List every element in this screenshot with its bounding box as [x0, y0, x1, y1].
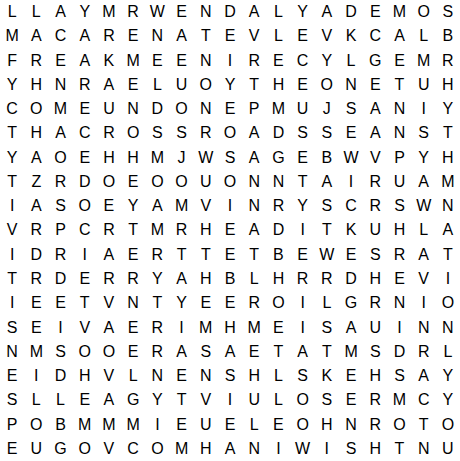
grid-cell-r8c12[interactable]: N — [266, 170, 290, 194]
grid-cell-r5c10[interactable]: E — [218, 97, 242, 121]
grid-cell-r7c19[interactable]: H — [436, 146, 460, 170]
grid-cell-r8c19[interactable]: M — [436, 170, 460, 194]
grid-cell-r13c6[interactable]: N — [121, 291, 145, 315]
grid-cell-r4c5[interactable]: A — [97, 73, 121, 97]
grid-cell-r10c15[interactable]: K — [339, 218, 363, 242]
grid-cell-r7c5[interactable]: H — [97, 146, 121, 170]
grid-cell-r8c10[interactable]: O — [218, 170, 242, 194]
grid-cell-r14c9[interactable]: M — [194, 315, 218, 339]
grid-cell-r14c14[interactable]: S — [315, 315, 339, 339]
grid-cell-r17c6[interactable]: G — [121, 388, 145, 412]
grid-cell-r17c3[interactable]: L — [48, 388, 72, 412]
grid-cell-r3c16[interactable]: G — [363, 49, 387, 73]
grid-cell-r11c19[interactable]: T — [436, 243, 460, 267]
grid-cell-r8c1[interactable]: T — [0, 170, 24, 194]
grid-cell-r19c17[interactable]: T — [387, 437, 411, 461]
grid-cell-r9c13[interactable]: Y — [291, 194, 315, 218]
grid-cell-r15c18[interactable]: R — [412, 340, 436, 364]
grid-cell-r19c4[interactable]: O — [73, 437, 97, 461]
grid-cell-r16c4[interactable]: H — [73, 364, 97, 388]
grid-cell-r4c19[interactable]: H — [436, 73, 460, 97]
grid-cell-r2c1[interactable]: M — [0, 24, 24, 48]
grid-cell-r3c11[interactable]: R — [242, 49, 266, 73]
grid-cell-r14c12[interactable]: E — [266, 315, 290, 339]
grid-cell-r15c17[interactable]: D — [387, 340, 411, 364]
grid-cell-r8c8[interactable]: O — [169, 170, 193, 194]
grid-cell-r16c14[interactable]: K — [315, 364, 339, 388]
grid-cell-r7c4[interactable]: E — [73, 146, 97, 170]
grid-cell-r4c15[interactable]: N — [339, 73, 363, 97]
grid-cell-r18c12[interactable]: E — [266, 412, 290, 436]
grid-cell-r14c6[interactable]: E — [121, 315, 145, 339]
grid-cell-r13c3[interactable]: E — [48, 291, 72, 315]
grid-cell-r12c18[interactable]: V — [412, 267, 436, 291]
grid-cell-r8c16[interactable]: R — [363, 170, 387, 194]
grid-cell-r16c5[interactable]: V — [97, 364, 121, 388]
grid-cell-r17c4[interactable]: E — [73, 388, 97, 412]
grid-cell-r7c2[interactable]: A — [24, 146, 48, 170]
grid-cell-r18c2[interactable]: O — [24, 412, 48, 436]
grid-cell-r3c12[interactable]: E — [266, 49, 290, 73]
grid-cell-r15c2[interactable]: M — [24, 340, 48, 364]
grid-cell-r1c1[interactable]: L — [0, 0, 24, 24]
grid-cell-r11c6[interactable]: E — [121, 243, 145, 267]
grid-cell-r12c2[interactable]: R — [24, 267, 48, 291]
grid-cell-r10c13[interactable]: I — [291, 218, 315, 242]
grid-cell-r1c15[interactable]: D — [339, 0, 363, 24]
grid-cell-r3c17[interactable]: E — [387, 49, 411, 73]
grid-cell-r4c2[interactable]: H — [24, 73, 48, 97]
grid-cell-r14c5[interactable]: A — [97, 315, 121, 339]
grid-cell-r6c18[interactable]: S — [412, 121, 436, 145]
grid-cell-r12c1[interactable]: T — [0, 267, 24, 291]
grid-cell-r6c14[interactable]: S — [315, 121, 339, 145]
grid-cell-r1c5[interactable]: M — [97, 0, 121, 24]
grid-cell-r5c16[interactable]: A — [363, 97, 387, 121]
grid-cell-r5c8[interactable]: O — [169, 97, 193, 121]
grid-cell-r11c3[interactable]: R — [48, 243, 72, 267]
grid-cell-r15c1[interactable]: N — [0, 340, 24, 364]
grid-cell-r17c15[interactable]: E — [339, 388, 363, 412]
grid-cell-r17c7[interactable]: Y — [145, 388, 169, 412]
grid-cell-r3c13[interactable]: C — [291, 49, 315, 73]
grid-cell-r7c15[interactable]: W — [339, 146, 363, 170]
grid-cell-r15c11[interactable]: E — [242, 340, 266, 364]
grid-cell-r2c19[interactable]: B — [436, 24, 460, 48]
grid-cell-r5c2[interactable]: O — [24, 97, 48, 121]
grid-cell-r10c4[interactable]: C — [73, 218, 97, 242]
grid-cell-r5c9[interactable]: N — [194, 97, 218, 121]
grid-cell-r19c18[interactable]: N — [412, 437, 436, 461]
grid-cell-r2c2[interactable]: A — [24, 24, 48, 48]
grid-cell-r3c10[interactable]: I — [218, 49, 242, 73]
grid-cell-r4c18[interactable]: U — [412, 73, 436, 97]
grid-cell-r11c9[interactable]: T — [194, 243, 218, 267]
grid-cell-r16c12[interactable]: L — [266, 364, 290, 388]
grid-cell-r6c2[interactable]: H — [24, 121, 48, 145]
grid-cell-r9c9[interactable]: V — [194, 194, 218, 218]
grid-cell-r10c16[interactable]: U — [363, 218, 387, 242]
grid-cell-r17c12[interactable]: L — [266, 388, 290, 412]
grid-cell-r10c5[interactable]: R — [97, 218, 121, 242]
grid-cell-r7c13[interactable]: E — [291, 146, 315, 170]
grid-cell-r3c15[interactable]: L — [339, 49, 363, 73]
grid-cell-r18c14[interactable]: H — [315, 412, 339, 436]
grid-cell-r8c17[interactable]: U — [387, 170, 411, 194]
grid-cell-r3c3[interactable]: E — [48, 49, 72, 73]
grid-cell-r12c19[interactable]: I — [436, 267, 460, 291]
grid-cell-r10c14[interactable]: T — [315, 218, 339, 242]
grid-cell-r15c4[interactable]: O — [73, 340, 97, 364]
grid-cell-r2c8[interactable]: A — [169, 24, 193, 48]
grid-cell-r14c2[interactable]: E — [24, 315, 48, 339]
grid-cell-r6c4[interactable]: C — [73, 121, 97, 145]
grid-cell-r18c1[interactable]: P — [0, 412, 24, 436]
grid-cell-r15c8[interactable]: A — [169, 340, 193, 364]
grid-cell-r10c19[interactable]: A — [436, 218, 460, 242]
grid-cell-r9c10[interactable]: I — [218, 194, 242, 218]
grid-cell-r17c11[interactable]: U — [242, 388, 266, 412]
grid-cell-r3c2[interactable]: R — [24, 49, 48, 73]
grid-cell-r19c1[interactable]: E — [0, 437, 24, 461]
grid-cell-r6c17[interactable]: N — [387, 121, 411, 145]
grid-cell-r15c9[interactable]: S — [194, 340, 218, 364]
grid-cell-r1c17[interactable]: M — [387, 0, 411, 24]
grid-cell-r8c4[interactable]: D — [73, 170, 97, 194]
grid-cell-r17c17[interactable]: M — [387, 388, 411, 412]
grid-cell-r19c12[interactable]: I — [266, 437, 290, 461]
grid-cell-r6c8[interactable]: S — [169, 121, 193, 145]
grid-cell-r7c9[interactable]: W — [194, 146, 218, 170]
grid-cell-r19c2[interactable]: U — [24, 437, 48, 461]
grid-cell-r11c12[interactable]: B — [266, 243, 290, 267]
grid-cell-r11c17[interactable]: R — [387, 243, 411, 267]
grid-cell-r6c12[interactable]: D — [266, 121, 290, 145]
grid-cell-r4c3[interactable]: N — [48, 73, 72, 97]
grid-cell-r1c9[interactable]: N — [194, 0, 218, 24]
grid-cell-r11c8[interactable]: T — [169, 243, 193, 267]
grid-cell-r17c5[interactable]: A — [97, 388, 121, 412]
grid-cell-r14c17[interactable]: I — [387, 315, 411, 339]
grid-cell-r2c4[interactable]: A — [73, 24, 97, 48]
grid-cell-r12c16[interactable]: H — [363, 267, 387, 291]
grid-cell-r19c13[interactable]: W — [291, 437, 315, 461]
grid-cell-r13c8[interactable]: Y — [169, 291, 193, 315]
grid-cell-r9c12[interactable]: R — [266, 194, 290, 218]
grid-cell-r19c9[interactable]: H — [194, 437, 218, 461]
grid-cell-r5c18[interactable]: I — [412, 97, 436, 121]
grid-cell-r2c18[interactable]: L — [412, 24, 436, 48]
grid-cell-r9c18[interactable]: W — [412, 194, 436, 218]
grid-cell-r8c7[interactable]: O — [145, 170, 169, 194]
grid-cell-r18c5[interactable]: M — [97, 412, 121, 436]
grid-cell-r19c3[interactable]: G — [48, 437, 72, 461]
grid-cell-r7c3[interactable]: O — [48, 146, 72, 170]
grid-cell-r17c16[interactable]: R — [363, 388, 387, 412]
grid-cell-r10c8[interactable]: R — [169, 218, 193, 242]
grid-cell-r6c11[interactable]: A — [242, 121, 266, 145]
grid-cell-r7c14[interactable]: B — [315, 146, 339, 170]
grid-cell-r2c10[interactable]: E — [218, 24, 242, 48]
grid-cell-r3c19[interactable]: R — [436, 49, 460, 73]
grid-cell-r11c15[interactable]: E — [339, 243, 363, 267]
grid-cell-r3c9[interactable]: N — [194, 49, 218, 73]
grid-cell-r15c16[interactable]: S — [363, 340, 387, 364]
grid-cell-r16c13[interactable]: S — [291, 364, 315, 388]
grid-cell-r12c15[interactable]: D — [339, 267, 363, 291]
grid-cell-r9c17[interactable]: S — [387, 194, 411, 218]
grid-cell-r11c13[interactable]: E — [291, 243, 315, 267]
grid-cell-r2c15[interactable]: K — [339, 24, 363, 48]
grid-cell-r12c12[interactable]: H — [266, 267, 290, 291]
grid-cell-r2c9[interactable]: T — [194, 24, 218, 48]
grid-cell-r2c6[interactable]: E — [121, 24, 145, 48]
grid-cell-r12c7[interactable]: Y — [145, 267, 169, 291]
grid-cell-r1c7[interactable]: W — [145, 0, 169, 24]
grid-cell-r18c3[interactable]: B — [48, 412, 72, 436]
grid-cell-r13c10[interactable]: E — [218, 291, 242, 315]
grid-cell-r7c6[interactable]: H — [121, 146, 145, 170]
grid-cell-r14c10[interactable]: H — [218, 315, 242, 339]
grid-cell-r14c7[interactable]: R — [145, 315, 169, 339]
grid-cell-r9c1[interactable]: I — [0, 194, 24, 218]
grid-cell-r14c11[interactable]: M — [242, 315, 266, 339]
grid-cell-r3c14[interactable]: Y — [315, 49, 339, 73]
grid-cell-r2c12[interactable]: L — [266, 24, 290, 48]
grid-cell-r19c5[interactable]: V — [97, 437, 121, 461]
grid-cell-r3c8[interactable]: E — [169, 49, 193, 73]
grid-cell-r11c4[interactable]: I — [73, 243, 97, 267]
grid-cell-r13c15[interactable]: G — [339, 291, 363, 315]
grid-cell-r16c8[interactable]: E — [169, 364, 193, 388]
grid-cell-r13c9[interactable]: E — [194, 291, 218, 315]
grid-cell-r10c6[interactable]: T — [121, 218, 145, 242]
grid-cell-r4c11[interactable]: T — [242, 73, 266, 97]
grid-cell-r13c11[interactable]: R — [242, 291, 266, 315]
grid-cell-r17c10[interactable]: I — [218, 388, 242, 412]
grid-cell-r1c4[interactable]: Y — [73, 0, 97, 24]
grid-cell-r14c18[interactable]: N — [412, 315, 436, 339]
grid-cell-r2c3[interactable]: C — [48, 24, 72, 48]
grid-cell-r1c2[interactable]: L — [24, 0, 48, 24]
grid-cell-r5c7[interactable]: D — [145, 97, 169, 121]
grid-cell-r18c6[interactable]: M — [121, 412, 145, 436]
grid-cell-r16c3[interactable]: D — [48, 364, 72, 388]
grid-cell-r11c10[interactable]: E — [218, 243, 242, 267]
grid-cell-r12c5[interactable]: R — [97, 267, 121, 291]
grid-cell-r12c14[interactable]: R — [315, 267, 339, 291]
grid-cell-r5c15[interactable]: S — [339, 97, 363, 121]
grid-cell-r5c14[interactable]: J — [315, 97, 339, 121]
grid-cell-r1c11[interactable]: A — [242, 0, 266, 24]
grid-cell-r11c14[interactable]: W — [315, 243, 339, 267]
grid-cell-r18c13[interactable]: O — [291, 412, 315, 436]
grid-cell-r12c11[interactable]: L — [242, 267, 266, 291]
grid-cell-r8c6[interactable]: E — [121, 170, 145, 194]
grid-cell-r18c19[interactable]: O — [436, 412, 460, 436]
grid-cell-r5c4[interactable]: E — [73, 97, 97, 121]
grid-cell-r16c17[interactable]: S — [387, 364, 411, 388]
grid-cell-r19c14[interactable]: I — [315, 437, 339, 461]
grid-cell-r15c15[interactable]: M — [339, 340, 363, 364]
grid-cell-r6c7[interactable]: S — [145, 121, 169, 145]
grid-cell-r1c12[interactable]: L — [266, 0, 290, 24]
grid-cell-r6c3[interactable]: A — [48, 121, 72, 145]
grid-cell-r2c7[interactable]: N — [145, 24, 169, 48]
grid-cell-r6c1[interactable]: T — [0, 121, 24, 145]
grid-cell-r12c8[interactable]: A — [169, 267, 193, 291]
grid-cell-r15c10[interactable]: A — [218, 340, 242, 364]
grid-cell-r5c5[interactable]: U — [97, 97, 121, 121]
grid-cell-r10c1[interactable]: V — [0, 218, 24, 242]
grid-cell-r5c3[interactable]: M — [48, 97, 72, 121]
grid-cell-r5c13[interactable]: U — [291, 97, 315, 121]
grid-cell-r6c19[interactable]: T — [436, 121, 460, 145]
grid-cell-r4c12[interactable]: H — [266, 73, 290, 97]
grid-cell-r13c7[interactable]: T — [145, 291, 169, 315]
grid-cell-r18c17[interactable]: O — [387, 412, 411, 436]
grid-cell-r10c11[interactable]: A — [242, 218, 266, 242]
grid-cell-r7c10[interactable]: S — [218, 146, 242, 170]
grid-cell-r17c18[interactable]: C — [412, 388, 436, 412]
grid-cell-r10c18[interactable]: L — [412, 218, 436, 242]
grid-cell-r1c18[interactable]: O — [412, 0, 436, 24]
grid-cell-r13c12[interactable]: O — [266, 291, 290, 315]
grid-cell-r8c18[interactable]: A — [412, 170, 436, 194]
grid-cell-r19c16[interactable]: H — [363, 437, 387, 461]
grid-cell-r7c8[interactable]: J — [169, 146, 193, 170]
grid-cell-r4c14[interactable]: O — [315, 73, 339, 97]
grid-cell-r14c15[interactable]: A — [339, 315, 363, 339]
grid-cell-r1c10[interactable]: D — [218, 0, 242, 24]
grid-cell-r9c6[interactable]: Y — [121, 194, 145, 218]
grid-cell-r12c10[interactable]: B — [218, 267, 242, 291]
grid-cell-r3c18[interactable]: M — [412, 49, 436, 73]
grid-cell-r14c8[interactable]: I — [169, 315, 193, 339]
grid-cell-r4c8[interactable]: U — [169, 73, 193, 97]
grid-cell-r1c13[interactable]: Y — [291, 0, 315, 24]
grid-cell-r2c11[interactable]: V — [242, 24, 266, 48]
grid-cell-r9c5[interactable]: E — [97, 194, 121, 218]
grid-cell-r3c6[interactable]: M — [121, 49, 145, 73]
grid-cell-r16c1[interactable]: E — [0, 364, 24, 388]
grid-cell-r3c7[interactable]: E — [145, 49, 169, 73]
grid-cell-r11c5[interactable]: A — [97, 243, 121, 267]
grid-cell-r17c9[interactable]: V — [194, 388, 218, 412]
grid-cell-r4c4[interactable]: R — [73, 73, 97, 97]
grid-cell-r14c19[interactable]: N — [436, 315, 460, 339]
grid-cell-r16c7[interactable]: N — [145, 364, 169, 388]
grid-cell-r12c13[interactable]: R — [291, 267, 315, 291]
grid-cell-r9c19[interactable]: N — [436, 194, 460, 218]
grid-cell-r6c10[interactable]: O — [218, 121, 242, 145]
grid-cell-r13c17[interactable]: N — [387, 291, 411, 315]
grid-cell-r18c4[interactable]: M — [73, 412, 97, 436]
grid-cell-r9c14[interactable]: S — [315, 194, 339, 218]
grid-cell-r13c5[interactable]: V — [97, 291, 121, 315]
grid-cell-r11c18[interactable]: A — [412, 243, 436, 267]
grid-cell-r15c14[interactable]: T — [315, 340, 339, 364]
grid-cell-r12c9[interactable]: H — [194, 267, 218, 291]
grid-cell-r8c14[interactable]: A — [315, 170, 339, 194]
grid-cell-r6c5[interactable]: R — [97, 121, 121, 145]
grid-cell-r5c6[interactable]: N — [121, 97, 145, 121]
grid-cell-r17c13[interactable]: O — [291, 388, 315, 412]
grid-cell-r2c13[interactable]: E — [291, 24, 315, 48]
grid-cell-r13c2[interactable]: E — [24, 291, 48, 315]
grid-cell-r18c16[interactable]: R — [363, 412, 387, 436]
grid-cell-r4c17[interactable]: T — [387, 73, 411, 97]
grid-cell-r12c4[interactable]: E — [73, 267, 97, 291]
grid-cell-r13c16[interactable]: R — [363, 291, 387, 315]
grid-cell-r1c14[interactable]: A — [315, 0, 339, 24]
grid-cell-r4c16[interactable]: E — [363, 73, 387, 97]
grid-cell-r9c3[interactable]: S — [48, 194, 72, 218]
grid-cell-r16c11[interactable]: H — [242, 364, 266, 388]
grid-cell-r1c6[interactable]: R — [121, 0, 145, 24]
grid-cell-r11c7[interactable]: R — [145, 243, 169, 267]
grid-cell-r17c2[interactable]: L — [24, 388, 48, 412]
grid-cell-r14c13[interactable]: I — [291, 315, 315, 339]
grid-cell-r14c1[interactable]: S — [0, 315, 24, 339]
grid-cell-r6c6[interactable]: O — [121, 121, 145, 145]
grid-cell-r7c11[interactable]: A — [242, 146, 266, 170]
grid-cell-r8c2[interactable]: Z — [24, 170, 48, 194]
grid-cell-r3c5[interactable]: K — [97, 49, 121, 73]
grid-cell-r5c12[interactable]: M — [266, 97, 290, 121]
grid-cell-r18c8[interactable]: E — [169, 412, 193, 436]
grid-cell-r18c10[interactable]: E — [218, 412, 242, 436]
grid-cell-r16c2[interactable]: I — [24, 364, 48, 388]
grid-cell-r2c14[interactable]: V — [315, 24, 339, 48]
grid-cell-r7c1[interactable]: Y — [0, 146, 24, 170]
grid-cell-r7c17[interactable]: P — [387, 146, 411, 170]
grid-cell-r15c12[interactable]: T — [266, 340, 290, 364]
grid-cell-r9c16[interactable]: R — [363, 194, 387, 218]
grid-cell-r5c1[interactable]: C — [0, 97, 24, 121]
grid-cell-r3c4[interactable]: A — [73, 49, 97, 73]
grid-cell-r9c11[interactable]: N — [242, 194, 266, 218]
grid-cell-r19c8[interactable]: M — [169, 437, 193, 461]
grid-cell-r4c7[interactable]: L — [145, 73, 169, 97]
grid-cell-r13c14[interactable]: L — [315, 291, 339, 315]
grid-cell-r11c1[interactable]: I — [0, 243, 24, 267]
grid-cell-r9c15[interactable]: C — [339, 194, 363, 218]
grid-cell-r15c6[interactable]: E — [121, 340, 145, 364]
grid-cell-r1c8[interactable]: E — [169, 0, 193, 24]
grid-cell-r16c18[interactable]: A — [412, 364, 436, 388]
grid-cell-r12c6[interactable]: R — [121, 267, 145, 291]
grid-cell-r5c17[interactable]: N — [387, 97, 411, 121]
grid-cell-r4c6[interactable]: E — [121, 73, 145, 97]
grid-cell-r4c10[interactable]: Y — [218, 73, 242, 97]
grid-cell-r15c5[interactable]: O — [97, 340, 121, 364]
grid-cell-r14c3[interactable]: I — [48, 315, 72, 339]
grid-cell-r9c8[interactable]: M — [169, 194, 193, 218]
grid-cell-r18c18[interactable]: T — [412, 412, 436, 436]
grid-cell-r8c9[interactable]: U — [194, 170, 218, 194]
grid-cell-r8c13[interactable]: T — [291, 170, 315, 194]
grid-cell-r16c6[interactable]: L — [121, 364, 145, 388]
grid-cell-r6c16[interactable]: A — [363, 121, 387, 145]
grid-cell-r13c1[interactable]: I — [0, 291, 24, 315]
grid-cell-r19c15[interactable]: S — [339, 437, 363, 461]
grid-cell-r16c19[interactable]: Y — [436, 364, 460, 388]
grid-cell-r16c16[interactable]: H — [363, 364, 387, 388]
grid-cell-r4c9[interactable]: O — [194, 73, 218, 97]
grid-cell-r15c19[interactable]: L — [436, 340, 460, 364]
grid-cell-r19c11[interactable]: N — [242, 437, 266, 461]
